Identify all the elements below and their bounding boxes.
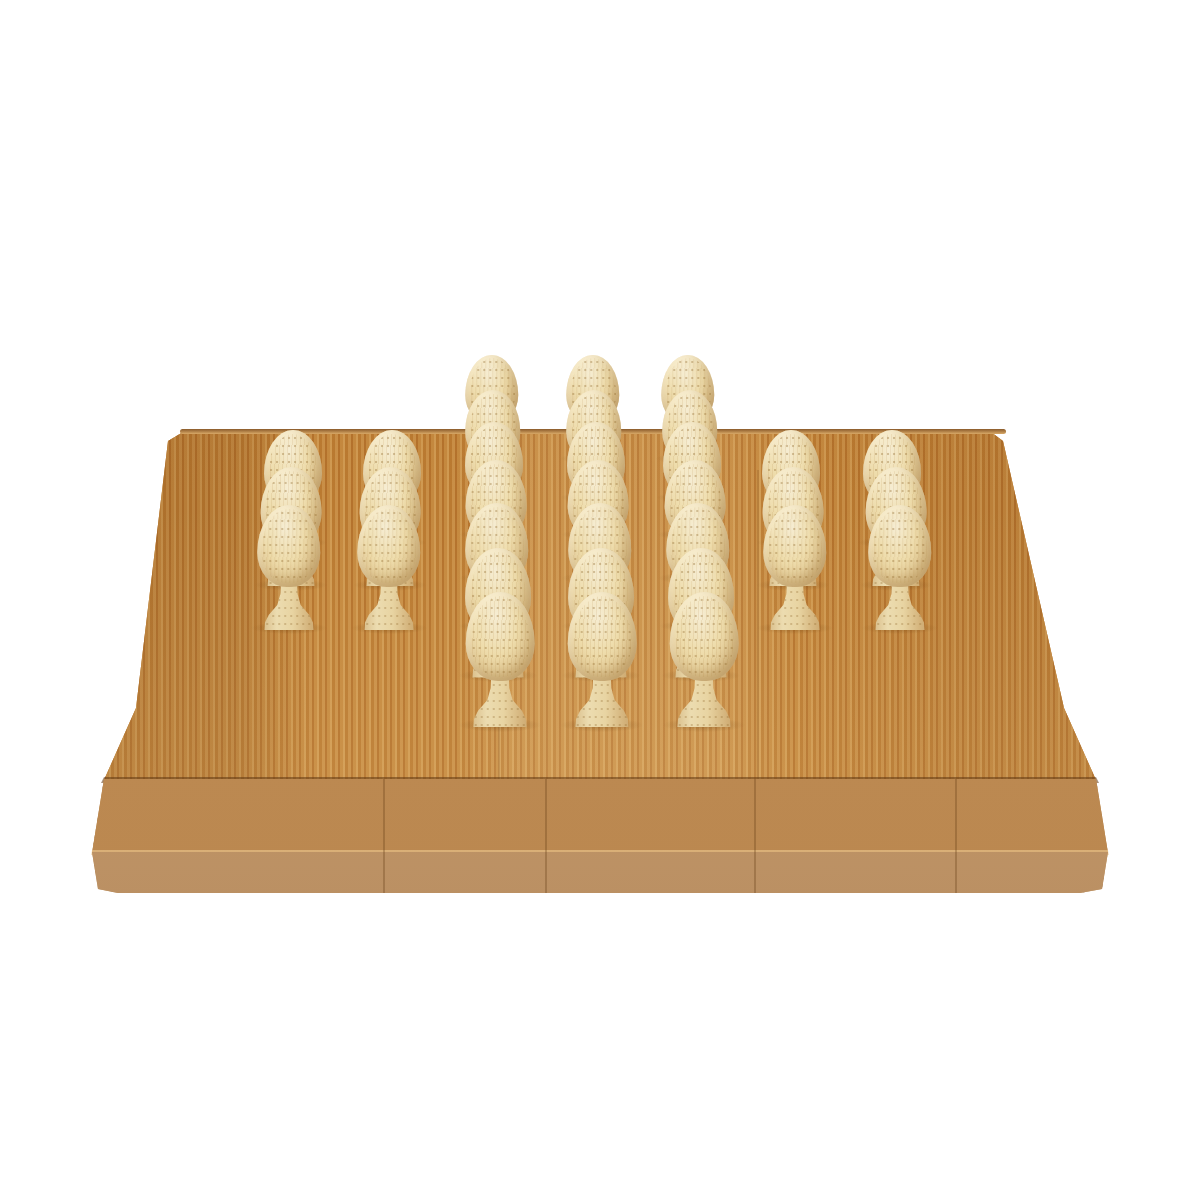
peg-r7c4[interactable] [567, 592, 637, 727]
peg-r5c2[interactable] [357, 505, 422, 630]
peg-stem [358, 580, 420, 630]
peg-r5c1[interactable] [257, 505, 322, 630]
peg-r7c5[interactable] [669, 592, 739, 727]
peg-r5c6[interactable] [763, 505, 828, 630]
peg-head [568, 592, 637, 681]
peg-r5c7[interactable] [868, 505, 933, 630]
peg-head [868, 505, 932, 587]
peg-stem [258, 580, 320, 630]
peg-head [357, 505, 421, 587]
pegs-layer [0, 0, 1200, 1200]
peg-head [670, 592, 739, 681]
peg-head [763, 505, 827, 587]
peg-head [466, 592, 535, 681]
peg-stem [671, 673, 738, 727]
peg-stem [764, 580, 826, 630]
scene [0, 0, 1200, 1200]
peg-head [257, 505, 321, 587]
peg-stem [869, 580, 931, 630]
peg-r7c3[interactable] [465, 592, 535, 727]
peg-stem [569, 673, 636, 727]
peg-stem [467, 673, 534, 727]
